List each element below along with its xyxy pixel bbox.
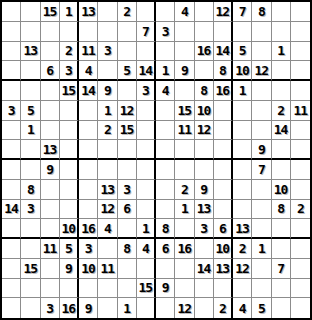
cell-r6c9-empty[interactable] — [156, 101, 175, 121]
cell-r1c5-given: 13 — [79, 2, 98, 22]
cell-r3c11-given: 16 — [195, 42, 214, 62]
cell-r1c11-empty[interactable] — [195, 2, 214, 22]
cell-r2c1-empty[interactable] — [2, 22, 21, 42]
cell-r14c16-empty[interactable] — [291, 259, 310, 279]
cell-r14c5-given: 10 — [79, 259, 98, 279]
cell-r9c16-empty[interactable] — [291, 160, 310, 180]
cell-r6c4-empty[interactable] — [60, 101, 79, 121]
cell-r5c1-empty[interactable] — [2, 81, 21, 101]
cell-r16c2-empty[interactable] — [21, 298, 40, 318]
cell-r2c13-empty[interactable] — [233, 22, 252, 42]
cell-r14c9-empty[interactable] — [156, 259, 175, 279]
cell-r7c3-empty[interactable] — [41, 121, 60, 141]
cell-r9c10-empty[interactable] — [175, 160, 194, 180]
cell-r5c13-given: 1 — [233, 81, 252, 101]
cell-r13c13-given: 2 — [233, 239, 252, 259]
cell-r14c13-given: 12 — [233, 259, 252, 279]
cell-r12c8-given: 1 — [137, 219, 156, 239]
cell-r10c14-empty[interactable] — [252, 180, 271, 200]
cell-r13c4-given: 5 — [60, 239, 79, 259]
cell-r9c11-empty[interactable] — [195, 160, 214, 180]
cell-r4c16-empty[interactable] — [291, 61, 310, 81]
cell-r7c6-given: 2 — [98, 121, 117, 141]
cell-r4c5-given: 4 — [79, 61, 98, 81]
cell-r8c13-empty[interactable] — [233, 140, 252, 160]
cell-r14c11-given: 14 — [195, 259, 214, 279]
cell-r13c2-empty[interactable] — [21, 239, 40, 259]
cell-r13c6-empty[interactable] — [98, 239, 117, 259]
cell-r15c5-empty[interactable] — [79, 279, 98, 299]
cell-r2c10-empty[interactable] — [175, 22, 194, 42]
cell-r10c13-empty[interactable] — [233, 180, 252, 200]
cell-r10c4-empty[interactable] — [60, 180, 79, 200]
cell-r7c12-empty[interactable] — [214, 121, 233, 141]
cell-r3c15-given: 1 — [272, 42, 291, 62]
cell-r2c6-empty[interactable] — [98, 22, 117, 42]
cell-r12c7-empty[interactable] — [118, 219, 137, 239]
cell-r2c2-empty[interactable] — [21, 22, 40, 42]
cell-r1c15-empty[interactable] — [272, 2, 291, 22]
cell-r15c15-empty[interactable] — [272, 279, 291, 299]
cell-r12c6-given: 4 — [98, 219, 117, 239]
cell-r1c10-given: 4 — [175, 2, 194, 22]
cell-r11c8-empty[interactable] — [137, 200, 156, 220]
cell-r10c9-empty[interactable] — [156, 180, 175, 200]
cell-r4c4-given: 3 — [60, 61, 79, 81]
cell-r8c8-empty[interactable] — [137, 140, 156, 160]
cell-r6c13-empty[interactable] — [233, 101, 252, 121]
cell-r13c8-given: 4 — [137, 239, 156, 259]
cell-r6c16-given: 11 — [291, 101, 310, 121]
cell-r2c3-empty[interactable] — [41, 22, 60, 42]
cell-r5c16-empty[interactable] — [291, 81, 310, 101]
cell-r11c4-empty[interactable] — [60, 200, 79, 220]
cell-r10c15-given: 10 — [272, 180, 291, 200]
cell-r7c5-empty[interactable] — [79, 121, 98, 141]
cell-r11c16-given: 2 — [291, 200, 310, 220]
cell-r10c12-empty[interactable] — [214, 180, 233, 200]
cell-r14c10-empty[interactable] — [175, 259, 194, 279]
cell-r11c12-empty[interactable] — [214, 200, 233, 220]
cell-r6c12-empty[interactable] — [214, 101, 233, 121]
cell-r2c5-empty[interactable] — [79, 22, 98, 42]
cell-r5c5-given: 14 — [79, 81, 98, 101]
cell-r3c16-empty[interactable] — [291, 42, 310, 62]
cell-r4c12-given: 8 — [214, 61, 233, 81]
cell-r14c12-given: 13 — [214, 259, 233, 279]
cell-r8c10-empty[interactable] — [175, 140, 194, 160]
cell-r9c5-empty[interactable] — [79, 160, 98, 180]
cell-r1c3-given: 15 — [41, 2, 60, 22]
cell-r16c6-empty[interactable] — [98, 298, 117, 318]
cell-r5c10-empty[interactable] — [175, 81, 194, 101]
cell-r7c10-given: 11 — [175, 121, 194, 141]
cell-r1c8-empty[interactable] — [137, 2, 156, 22]
cell-r6c10-given: 15 — [175, 101, 194, 121]
cell-r4c3-given: 6 — [41, 61, 60, 81]
cell-r16c3-given: 3 — [41, 298, 60, 318]
cell-r15c4-empty[interactable] — [60, 279, 79, 299]
cell-r15c8-given: 15 — [137, 279, 156, 299]
cell-r4c13-given: 10 — [233, 61, 252, 81]
cell-r1c16-empty[interactable] — [291, 2, 310, 22]
cell-r10c10-given: 2 — [175, 180, 194, 200]
cell-r8c15-empty[interactable] — [272, 140, 291, 160]
cell-r15c3-empty[interactable] — [41, 279, 60, 299]
cell-r5c3-empty[interactable] — [41, 81, 60, 101]
cell-r7c14-empty[interactable] — [252, 121, 271, 141]
cell-r3c4-given: 2 — [60, 42, 79, 62]
cell-r13c12-given: 10 — [214, 239, 233, 259]
cell-r13c9-given: 6 — [156, 239, 175, 259]
cell-r9c15-empty[interactable] — [272, 160, 291, 180]
cell-r15c14-empty[interactable] — [252, 279, 271, 299]
cell-r14c15-given: 7 — [272, 259, 291, 279]
cell-r16c13-given: 4 — [233, 298, 252, 318]
sudoku-board: 1511324127873132113161451634514198101215… — [0, 0, 312, 320]
cell-r5c11-given: 8 — [195, 81, 214, 101]
cell-r4c7-given: 5 — [118, 61, 137, 81]
cell-r3c8-empty[interactable] — [137, 42, 156, 62]
cell-r9c3-given: 9 — [41, 160, 60, 180]
cell-r12c2-empty[interactable] — [21, 219, 40, 239]
cell-r13c3-given: 11 — [41, 239, 60, 259]
cell-r4c15-empty[interactable] — [272, 61, 291, 81]
cell-r3c6-given: 3 — [98, 42, 117, 62]
cell-r5c8-given: 3 — [137, 81, 156, 101]
cell-r11c7-given: 6 — [118, 200, 137, 220]
cell-r11c1-given: 14 — [2, 200, 21, 220]
cell-r12c10-empty[interactable] — [175, 219, 194, 239]
cell-r7c13-empty[interactable] — [233, 121, 252, 141]
cell-r1c1-empty[interactable] — [2, 2, 21, 22]
cell-r2c7-empty[interactable] — [118, 22, 137, 42]
cell-r11c5-empty[interactable] — [79, 200, 98, 220]
cell-r11c3-empty[interactable] — [41, 200, 60, 220]
cell-r12c4-given: 10 — [60, 219, 79, 239]
cell-r7c4-empty[interactable] — [60, 121, 79, 141]
cell-r5c14-empty[interactable] — [252, 81, 271, 101]
cell-r1c9-empty[interactable] — [156, 2, 175, 22]
cell-r9c13-empty[interactable] — [233, 160, 252, 180]
cell-r2c14-empty[interactable] — [252, 22, 271, 42]
cell-r11c10-given: 1 — [175, 200, 194, 220]
cell-r9c8-empty[interactable] — [137, 160, 156, 180]
cell-r7c2-given: 1 — [21, 121, 40, 141]
cell-r12c5-given: 16 — [79, 219, 98, 239]
cell-r8c4-empty[interactable] — [60, 140, 79, 160]
cell-r6c3-empty[interactable] — [41, 101, 60, 121]
cell-r1c2-empty[interactable] — [21, 2, 40, 22]
cell-r11c11-given: 13 — [195, 200, 214, 220]
cell-r13c16-empty[interactable] — [291, 239, 310, 259]
cell-r9c14-given: 7 — [252, 160, 271, 180]
cell-r13c15-empty[interactable] — [272, 239, 291, 259]
cell-r16c7-given: 1 — [118, 298, 137, 318]
cell-r5c6-given: 9 — [98, 81, 117, 101]
cell-r14c14-empty[interactable] — [252, 259, 271, 279]
cell-r15c10-empty[interactable] — [175, 279, 194, 299]
cell-r5c15-empty[interactable] — [272, 81, 291, 101]
cell-r8c12-empty[interactable] — [214, 140, 233, 160]
cell-r16c4-given: 16 — [60, 298, 79, 318]
cell-r13c10-given: 16 — [175, 239, 194, 259]
cell-r10c6-given: 13 — [98, 180, 117, 200]
cell-r14c4-given: 9 — [60, 259, 79, 279]
cell-r16c5-given: 9 — [79, 298, 98, 318]
cell-r4c6-empty[interactable] — [98, 61, 117, 81]
cell-r1c4-given: 1 — [60, 2, 79, 22]
cell-r12c1-empty[interactable] — [2, 219, 21, 239]
cell-r5c2-empty[interactable] — [21, 81, 40, 101]
cell-r8c2-empty[interactable] — [21, 140, 40, 160]
cell-r8c1-empty[interactable] — [2, 140, 21, 160]
cell-r10c7-given: 3 — [118, 180, 137, 200]
cell-r6c15-given: 2 — [272, 101, 291, 121]
cell-r15c9-given: 9 — [156, 279, 175, 299]
cell-r5c12-given: 16 — [214, 81, 233, 101]
cell-r1c6-empty[interactable] — [98, 2, 117, 22]
cell-r6c6-given: 1 — [98, 101, 117, 121]
cell-r6c8-empty[interactable] — [137, 101, 156, 121]
cell-r7c15-given: 14 — [272, 121, 291, 141]
cell-r2c15-empty[interactable] — [272, 22, 291, 42]
cell-r1c12-given: 12 — [214, 2, 233, 22]
cell-r10c1-empty[interactable] — [2, 180, 21, 200]
cell-r7c1-empty[interactable] — [2, 121, 21, 141]
cell-r9c7-empty[interactable] — [118, 160, 137, 180]
cell-r15c11-empty[interactable] — [195, 279, 214, 299]
cell-r16c16-empty[interactable] — [291, 298, 310, 318]
cell-r4c8-given: 14 — [137, 61, 156, 81]
cell-r6c14-empty[interactable] — [252, 101, 271, 121]
cell-r4c10-given: 9 — [175, 61, 194, 81]
cell-r4c9-given: 1 — [156, 61, 175, 81]
cell-r7c16-empty[interactable] — [291, 121, 310, 141]
cell-r14c1-empty[interactable] — [2, 259, 21, 279]
cell-r3c5-given: 11 — [79, 42, 98, 62]
cell-r4c2-empty[interactable] — [21, 61, 40, 81]
cell-r7c9-empty[interactable] — [156, 121, 175, 141]
cell-r16c12-given: 2 — [214, 298, 233, 318]
cell-r4c1-empty[interactable] — [2, 61, 21, 81]
cell-r12c16-empty[interactable] — [291, 219, 310, 239]
cell-r3c12-given: 14 — [214, 42, 233, 62]
cell-r16c9-empty[interactable] — [156, 298, 175, 318]
cell-r8c3-given: 13 — [41, 140, 60, 160]
cell-r12c11-given: 3 — [195, 219, 214, 239]
cell-r12c15-empty[interactable] — [272, 219, 291, 239]
cell-r10c8-empty[interactable] — [137, 180, 156, 200]
cell-r12c14-empty[interactable] — [252, 219, 271, 239]
cell-r12c3-empty[interactable] — [41, 219, 60, 239]
cell-r11c6-given: 12 — [98, 200, 117, 220]
cell-r16c11-empty[interactable] — [195, 298, 214, 318]
cell-r2c8-given: 7 — [137, 22, 156, 42]
cell-r14c7-empty[interactable] — [118, 259, 137, 279]
cell-r3c14-empty[interactable] — [252, 42, 271, 62]
cell-r15c6-empty[interactable] — [98, 279, 117, 299]
cell-r15c12-empty[interactable] — [214, 279, 233, 299]
cell-r2c12-empty[interactable] — [214, 22, 233, 42]
cell-r16c8-empty[interactable] — [137, 298, 156, 318]
cell-r3c2-given: 13 — [21, 42, 40, 62]
cell-r3c7-empty[interactable] — [118, 42, 137, 62]
cell-r6c2-given: 5 — [21, 101, 40, 121]
cell-r13c7-given: 8 — [118, 239, 137, 259]
cell-r15c7-empty[interactable] — [118, 279, 137, 299]
cell-r10c11-given: 9 — [195, 180, 214, 200]
cell-r8c6-empty[interactable] — [98, 140, 117, 160]
cell-r16c14-given: 5 — [252, 298, 271, 318]
cell-r10c16-empty[interactable] — [291, 180, 310, 200]
cell-r11c9-empty[interactable] — [156, 200, 175, 220]
cell-r16c10-given: 12 — [175, 298, 194, 318]
cell-r6c11-given: 10 — [195, 101, 214, 121]
cell-r1c14-given: 8 — [252, 2, 271, 22]
cell-r5c4-given: 15 — [60, 81, 79, 101]
cell-r2c4-empty[interactable] — [60, 22, 79, 42]
cell-r14c2-given: 15 — [21, 259, 40, 279]
cell-r15c16-empty[interactable] — [291, 279, 310, 299]
cell-r10c3-empty[interactable] — [41, 180, 60, 200]
cell-r9c12-empty[interactable] — [214, 160, 233, 180]
cell-r3c1-empty[interactable] — [2, 42, 21, 62]
cell-r2c11-empty[interactable] — [195, 22, 214, 42]
cell-r9c9-empty[interactable] — [156, 160, 175, 180]
cell-r12c12-given: 6 — [214, 219, 233, 239]
cell-r10c5-empty[interactable] — [79, 180, 98, 200]
cell-r9c2-empty[interactable] — [21, 160, 40, 180]
cell-r13c5-given: 3 — [79, 239, 98, 259]
cell-r3c9-empty[interactable] — [156, 42, 175, 62]
cell-r15c1-empty[interactable] — [2, 279, 21, 299]
cell-r16c1-empty[interactable] — [2, 298, 21, 318]
cell-r8c16-empty[interactable] — [291, 140, 310, 160]
cell-r3c3-empty[interactable] — [41, 42, 60, 62]
cell-r8c14-given: 9 — [252, 140, 271, 160]
cell-r13c11-empty[interactable] — [195, 239, 214, 259]
cell-r8c7-empty[interactable] — [118, 140, 137, 160]
cell-r4c14-given: 12 — [252, 61, 271, 81]
cell-r8c9-empty[interactable] — [156, 140, 175, 160]
cell-r5c7-empty[interactable] — [118, 81, 137, 101]
cell-r11c15-given: 8 — [272, 200, 291, 220]
cell-r14c8-empty[interactable] — [137, 259, 156, 279]
cell-r11c2-given: 3 — [21, 200, 40, 220]
cell-r6c1-given: 3 — [2, 101, 21, 121]
cell-r6c5-empty[interactable] — [79, 101, 98, 121]
cell-r14c6-given: 11 — [98, 259, 117, 279]
cell-r16c15-empty[interactable] — [272, 298, 291, 318]
cell-r13c1-empty[interactable] — [2, 239, 21, 259]
cell-r15c13-empty[interactable] — [233, 279, 252, 299]
cell-r7c8-empty[interactable] — [137, 121, 156, 141]
cell-r2c9-given: 3 — [156, 22, 175, 42]
cell-r9c4-empty[interactable] — [60, 160, 79, 180]
cell-r8c11-empty[interactable] — [195, 140, 214, 160]
cell-r1c7-given: 2 — [118, 2, 137, 22]
cell-r11c13-empty[interactable] — [233, 200, 252, 220]
cell-r13c14-given: 1 — [252, 239, 271, 259]
cell-r15c2-empty[interactable] — [21, 279, 40, 299]
cell-r6c7-given: 12 — [118, 101, 137, 121]
cell-r8c5-empty[interactable] — [79, 140, 98, 160]
cell-r9c6-empty[interactable] — [98, 160, 117, 180]
cell-r3c10-empty[interactable] — [175, 42, 194, 62]
cell-r12c9-given: 8 — [156, 219, 175, 239]
cell-r12c13-given: 13 — [233, 219, 252, 239]
cell-r5c9-given: 4 — [156, 81, 175, 101]
cell-r1c13-given: 7 — [233, 2, 252, 22]
cell-r3c13-given: 5 — [233, 42, 252, 62]
cell-r2c16-empty[interactable] — [291, 22, 310, 42]
cell-r4c11-empty[interactable] — [195, 61, 214, 81]
cell-r9c1-empty[interactable] — [2, 160, 21, 180]
cell-r11c14-empty[interactable] — [252, 200, 271, 220]
cell-r7c11-given: 12 — [195, 121, 214, 141]
cell-r10c2-given: 8 — [21, 180, 40, 200]
cell-r14c3-empty[interactable] — [41, 259, 60, 279]
cell-r7c7-given: 15 — [118, 121, 137, 141]
